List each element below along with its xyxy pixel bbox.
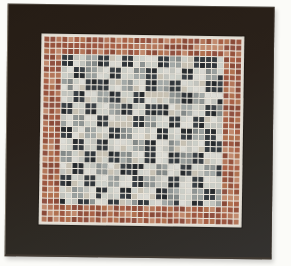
mosaic-tile (187, 141, 192, 146)
mosaic-tile (235, 105, 240, 110)
mosaic-tile (42, 163, 47, 168)
mosaic-tile (194, 51, 199, 56)
mosaic-tile (181, 99, 186, 104)
mosaic-tile (176, 81, 181, 86)
mosaic-tile (212, 57, 217, 62)
mosaic-tile (74, 61, 79, 66)
mosaic-tile (120, 194, 125, 199)
mosaic-tile (235, 135, 240, 140)
mosaic-tile (157, 116, 162, 121)
mosaic-tile (169, 134, 174, 139)
mosaic-tile (98, 37, 103, 42)
mosaic-tile (229, 93, 234, 98)
mosaic-tile (44, 73, 49, 78)
mosaic-tile (145, 140, 150, 145)
mosaic-tile (128, 86, 133, 91)
mosaic-tile (205, 147, 210, 152)
mosaic-tile (66, 205, 71, 210)
mosaic-tile (50, 85, 55, 90)
mosaic-tile (62, 55, 67, 60)
mosaic-tile (127, 98, 132, 103)
mosaic-tile (92, 73, 97, 78)
mosaic-tile (97, 157, 102, 162)
mosaic-tile (152, 68, 157, 73)
mosaic-tile (235, 93, 240, 98)
mosaic-tile (212, 45, 217, 50)
mosaic-tile (152, 44, 157, 49)
mosaic-tile (211, 135, 216, 140)
mosaic-tile (210, 195, 215, 200)
mosaic-tile (49, 97, 54, 102)
mosaic-tile (110, 62, 115, 67)
mosaic-tile (121, 128, 126, 133)
mosaic-tile (192, 195, 197, 200)
mosaic-tile (61, 121, 66, 126)
mosaic-tile (61, 157, 66, 162)
mosaic-tile (54, 163, 59, 168)
mosaic-tile (72, 169, 77, 174)
mosaic-tile (126, 218, 131, 223)
mosaic-tile (127, 134, 132, 139)
mosaic-tile (138, 176, 143, 181)
mosaic-tile (150, 200, 155, 205)
mosaic-tile (151, 158, 156, 163)
mosaic-tile (98, 67, 103, 72)
mosaic-tile (205, 135, 210, 140)
mosaic-tile (169, 98, 174, 103)
mosaic-tile (78, 193, 83, 198)
mosaic-tile (181, 105, 186, 110)
mosaic-tile (222, 219, 227, 224)
mosaic-tile (132, 182, 137, 187)
mosaic-tile (158, 56, 163, 61)
mosaic-tile (205, 141, 210, 146)
mosaic-tile (187, 111, 192, 116)
mosaic-tile (85, 115, 90, 120)
mosaic-tile (127, 146, 132, 151)
mosaic-tile (78, 211, 83, 216)
mosaic-tile (90, 205, 95, 210)
mosaic-tile (217, 117, 222, 122)
mosaic-tile (104, 79, 109, 84)
mosaic-tile (50, 43, 55, 48)
mosaic-tile (229, 141, 234, 146)
mosaic-tile (181, 135, 186, 140)
mosaic-tile (218, 45, 223, 50)
mosaic-tile (48, 211, 53, 216)
mosaic-tile (74, 91, 79, 96)
mosaic-tile (49, 145, 54, 150)
mosaic-tile (144, 218, 149, 223)
mosaic-tile (151, 104, 156, 109)
mosaic-tile (68, 67, 73, 72)
mosaic-tile (126, 200, 131, 205)
mosaic-tile (194, 63, 199, 68)
mosaic-tile (122, 50, 127, 55)
mosaic-tile (67, 157, 72, 162)
mosaic-tile (187, 135, 192, 140)
mosaic-tile (44, 37, 49, 42)
mosaic-tile (210, 201, 215, 206)
mosaic-tile (234, 207, 239, 212)
mosaic-tile (78, 169, 83, 174)
mosaic-tile (72, 193, 77, 198)
mosaic-tile (205, 105, 210, 110)
mosaic-tile (120, 176, 125, 181)
mosaic-tile (60, 187, 65, 192)
mosaic-tile (114, 176, 119, 181)
mosaic-tile (164, 92, 169, 97)
mosaic-tile (157, 140, 162, 145)
mosaic-tile (102, 187, 107, 192)
mosaic-tile (194, 93, 199, 98)
mosaic-tile (54, 217, 59, 222)
mosaic-tile (223, 141, 228, 146)
mosaic-tile (90, 193, 95, 198)
mosaic-tile (44, 85, 49, 90)
mosaic-tile (169, 152, 174, 157)
mosaic-tile (175, 99, 180, 104)
mosaic-tile (62, 85, 67, 90)
mosaic-tile (122, 38, 127, 43)
mosaic-tile (222, 195, 227, 200)
mosaic-tile (217, 111, 222, 116)
mosaic-tile (84, 163, 89, 168)
mosaic-tile (66, 211, 71, 216)
mosaic-tile (96, 175, 101, 180)
mosaic-tile (168, 194, 173, 199)
mosaic-tile (98, 91, 103, 96)
mosaic-tile (211, 141, 216, 146)
mosaic-tile (192, 177, 197, 182)
mosaic-tile (156, 200, 161, 205)
mosaic-tile (162, 200, 167, 205)
mosaic-tile (42, 217, 47, 222)
mosaic-tile (170, 56, 175, 61)
mosaic-tile (48, 181, 53, 186)
mosaic-tile (62, 61, 67, 66)
mosaic-tile (156, 194, 161, 199)
mosaic-tile (206, 87, 211, 92)
mosaic-tile (187, 99, 192, 104)
mosaic-tile (198, 195, 203, 200)
mosaic-tile (180, 219, 185, 224)
mosaic-tile (127, 110, 132, 115)
mosaic-tile (108, 200, 113, 205)
mosaic-tile (204, 189, 209, 194)
mosaic-tile (55, 115, 60, 120)
mosaic-tile (74, 37, 79, 42)
mosaic-tile (205, 117, 210, 122)
mosaic-tile (66, 163, 71, 168)
mosaic-tile (127, 116, 132, 121)
mosaic-tile (218, 39, 223, 44)
mosaic-tile (164, 86, 169, 91)
mosaic-tile (192, 171, 197, 176)
mosaic-tile (96, 163, 101, 168)
mosaic-tile (42, 205, 47, 210)
mosaic-tile (60, 175, 65, 180)
mosaic-tile (230, 57, 235, 62)
mosaic-tile (204, 201, 209, 206)
mosaic-tile (204, 171, 209, 176)
mosaic-tile (176, 45, 181, 50)
mosaic-tile (61, 115, 66, 120)
mosaic-tile (162, 164, 167, 169)
mosaic-tile (60, 181, 65, 186)
mosaic-tile (115, 140, 120, 145)
mosaic-tile (102, 169, 107, 174)
mosaic-tile (133, 158, 138, 163)
mosaic-tile (164, 74, 169, 79)
mosaic-tile (103, 157, 108, 162)
mosaic-tile (186, 201, 191, 206)
mosaic-tile (80, 67, 85, 72)
mosaic-tile (67, 97, 72, 102)
mosaic-tile (121, 158, 126, 163)
mosaic-tile (73, 121, 78, 126)
mosaic-tile (228, 207, 233, 212)
mosaic-tile (181, 141, 186, 146)
mosaic-tile (158, 50, 163, 55)
mosaic-tile (162, 206, 167, 211)
mosaic-tile (133, 110, 138, 115)
mosaic-tile (224, 69, 229, 74)
mosaic-tile (90, 217, 95, 222)
mosaic-tile (182, 45, 187, 50)
mosaic-tile (132, 200, 137, 205)
mosaic-tile (170, 86, 175, 91)
mosaic-tile (80, 49, 85, 54)
mosaic-tile (90, 211, 95, 216)
mosaic-tile (61, 109, 66, 114)
mosaic-tile (164, 80, 169, 85)
mosaic-tile (192, 201, 197, 206)
mosaic-tile (80, 43, 85, 48)
mosaic-tile (44, 91, 49, 96)
mosaic-tile (144, 164, 149, 169)
mosaic-tile (192, 183, 197, 188)
mosaic-tile (60, 169, 65, 174)
mosaic-tile (115, 110, 120, 115)
mosaic-tile (217, 147, 222, 152)
mosaic-tile (222, 165, 227, 170)
mosaic-tile (126, 188, 131, 193)
mosaic-tile (134, 86, 139, 91)
mosaic-tile (181, 153, 186, 158)
mosaic-tile (144, 200, 149, 205)
mosaic-tile (186, 189, 191, 194)
mosaic-tile (193, 135, 198, 140)
mosaic-tile (49, 139, 54, 144)
mosaic-tile (116, 56, 121, 61)
mosaic-tile (132, 176, 137, 181)
mosaic-tile (211, 147, 216, 152)
mosaic-tile (80, 55, 85, 60)
mosaic-tile (61, 139, 66, 144)
mosaic-tile (145, 104, 150, 109)
mosaic-tile (97, 97, 102, 102)
mosaic-tile (43, 115, 48, 120)
mosaic-tile (235, 153, 240, 158)
mosaic-tile (146, 56, 151, 61)
mosaic-tile (127, 140, 132, 145)
mosaic-tile (127, 122, 132, 127)
mosaic-tile (235, 141, 240, 146)
mosaic-tile (198, 177, 203, 182)
mosaic-tile (43, 133, 48, 138)
mosaic-tile (211, 129, 216, 134)
mosaic-tile (223, 135, 228, 140)
mosaic-tile (212, 51, 217, 56)
mosaic-tile (120, 200, 125, 205)
mosaic-tile (217, 99, 222, 104)
mosaic-tile (91, 133, 96, 138)
mosaic-tile (91, 151, 96, 156)
mosaic-tile (126, 170, 131, 175)
mosaic-tile (49, 115, 54, 120)
mosaic-tile (156, 176, 161, 181)
mosaic-tile (109, 110, 114, 115)
mosaic-tile (103, 109, 108, 114)
mosaic-tile (228, 183, 233, 188)
mosaic-tile (222, 207, 227, 212)
mosaic-tile (218, 69, 223, 74)
mosaic-tile (110, 50, 115, 55)
mosaic-tile (204, 183, 209, 188)
mosaic-tile (122, 80, 127, 85)
mosaic-tile (48, 193, 53, 198)
mosaic-tile (97, 115, 102, 120)
mosaic-tile (49, 157, 54, 162)
mosaic-tile (176, 69, 181, 74)
mosaic-tile (85, 139, 90, 144)
mosaic-tile (217, 159, 222, 164)
mosaic-tile (176, 87, 181, 92)
mosaic-tile (234, 171, 239, 176)
mosaic-tile (91, 145, 96, 150)
mosaic-tile (158, 38, 163, 43)
mosaic-tile (104, 37, 109, 42)
mosaic-tile (56, 73, 61, 78)
mosaic-tile (138, 206, 143, 211)
mosaic-tile (229, 153, 234, 158)
mosaic-tile (187, 105, 192, 110)
mosaic-tile (234, 195, 239, 200)
mosaic-tile (84, 181, 89, 186)
mosaic-tile (98, 79, 103, 84)
mosaic-tile (229, 123, 234, 128)
mosaic-tile (138, 170, 143, 175)
mosaic-tile (199, 159, 204, 164)
mosaic-tile (170, 74, 175, 79)
mosaic-tile (210, 219, 215, 224)
mosaic-tile (115, 104, 120, 109)
mosaic-tile (128, 68, 133, 73)
mosaic-tile (169, 110, 174, 115)
mosaic-tile (85, 121, 90, 126)
mosaic-tile (158, 62, 163, 67)
mosaic-tile (156, 182, 161, 187)
mosaic-tile (42, 199, 47, 204)
mosaic-tile (170, 44, 175, 49)
mosaic-tile (55, 127, 60, 132)
mosaic-tile (157, 146, 162, 151)
mosaic-tile (56, 79, 61, 84)
mosaic-tile (224, 57, 229, 62)
mosaic-tile (229, 147, 234, 152)
mosaic-tile (236, 81, 241, 86)
mosaic-tile (56, 37, 61, 42)
mosaic-tile (116, 80, 121, 85)
mosaic-tile (138, 164, 143, 169)
mosaic-tile (68, 79, 73, 84)
mosaic-tile (169, 140, 174, 145)
mosaic-tile (217, 105, 222, 110)
mosaic-tile (86, 91, 91, 96)
mosaic-tile (56, 49, 61, 54)
mosaic-tile (134, 68, 139, 73)
mosaic-tile (62, 43, 67, 48)
mosaic-tile (48, 217, 53, 222)
mosaic-tile (175, 153, 180, 158)
mosaic-tile (121, 104, 126, 109)
mosaic-tile (187, 159, 192, 164)
mosaic-tile (193, 99, 198, 104)
mosaic-tile (55, 157, 60, 162)
mosaic-tile (85, 133, 90, 138)
mosaic-tile (80, 37, 85, 42)
mosaic-tile (139, 98, 144, 103)
mosaic-tile (192, 165, 197, 170)
mosaic-tile (132, 188, 137, 193)
mosaic-tile (210, 207, 215, 212)
mosaic-tile (218, 51, 223, 56)
mosaic-tile (73, 97, 78, 102)
mosaic-tile (91, 115, 96, 120)
mosaic-board[interactable] (42, 37, 242, 225)
mosaic-tile (170, 80, 175, 85)
mosaic-tile (84, 187, 89, 192)
mosaic-tile (206, 39, 211, 44)
mosaic-tile (236, 45, 241, 50)
mosaic-tile (180, 213, 185, 218)
mosaic-tile (175, 135, 180, 140)
mosaic-tile (169, 146, 174, 151)
mosaic-tile (151, 128, 156, 133)
mosaic-tile (126, 206, 131, 211)
mosaic-tile (48, 199, 53, 204)
mosaic-tile (67, 133, 72, 138)
mosaic-tile (228, 195, 233, 200)
mosaic-tile (68, 61, 73, 66)
mosaic-tile (128, 50, 133, 55)
mosaic-tile (223, 153, 228, 158)
mosaic-tile (216, 189, 221, 194)
mosaic-tile (176, 63, 181, 68)
mosaic-tile (217, 153, 222, 158)
mosaic-tile (204, 165, 209, 170)
mosaic-tile (134, 44, 139, 49)
mosaic-tile (180, 183, 185, 188)
mosaic-tile (66, 181, 71, 186)
mosaic-tile (168, 218, 173, 223)
mosaic-tile (212, 39, 217, 44)
mosaic-tile (144, 212, 149, 217)
mosaic-tile (66, 175, 71, 180)
mosaic-tile (42, 187, 47, 192)
mosaic-tile (145, 110, 150, 115)
